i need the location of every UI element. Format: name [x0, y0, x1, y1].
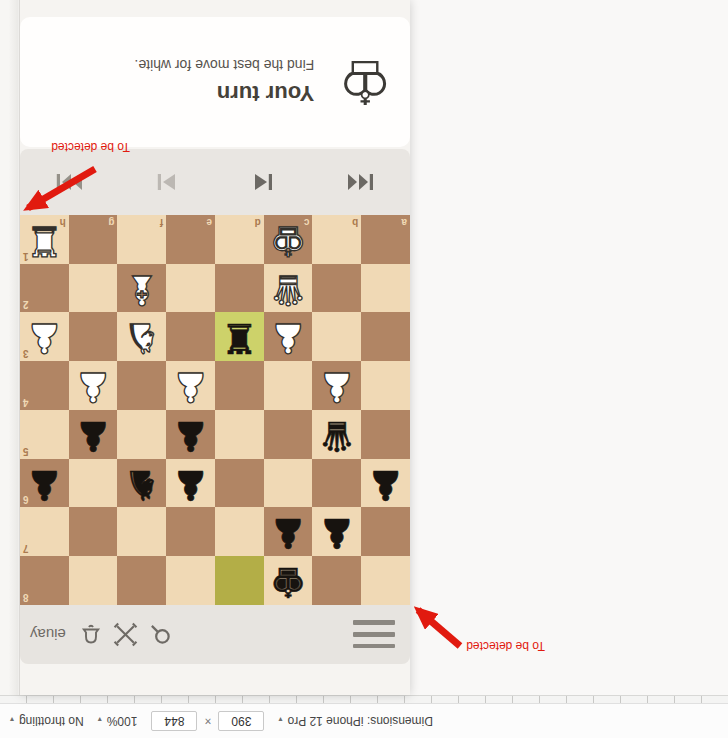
- file-label-a: a: [401, 217, 407, 227]
- file-label-f: f: [160, 217, 163, 227]
- rank-label-8: 8: [23, 592, 29, 602]
- rank-label-5: 5: [23, 446, 29, 456]
- notifications-bell-icon[interactable]: [78, 622, 104, 648]
- rank-label-2: 2: [23, 300, 29, 310]
- square-f2[interactable]: ♝: [118, 264, 167, 313]
- devtools-ruler: [0, 695, 728, 703]
- piece-black-pawn[interactable]: ♟: [319, 512, 356, 553]
- devtools-device-toolbar: Dimensions: iPhone 12 Pro ▾ × 100% ▾ No …: [0, 703, 728, 738]
- piece-white-pawn[interactable]: ♟: [319, 366, 356, 407]
- square-a7[interactable]: [361, 508, 410, 557]
- piece-white-pawn[interactable]: ♟: [26, 317, 63, 358]
- nav-next-button[interactable]: [118, 149, 216, 215]
- square-d8[interactable]: [215, 556, 264, 605]
- square-e1[interactable]: e: [166, 215, 215, 264]
- page-scrollbar[interactable]: [0, 0, 20, 695]
- square-a4[interactable]: [361, 361, 410, 410]
- square-e3[interactable]: [166, 313, 215, 362]
- device-selector[interactable]: Dimensions: iPhone 12 Pro ▾: [278, 714, 432, 728]
- square-a8[interactable]: [361, 556, 410, 605]
- piece-black-pawn[interactable]: ♟: [26, 464, 63, 505]
- square-d1[interactable]: d: [215, 215, 264, 264]
- square-g1[interactable]: g: [69, 215, 118, 264]
- square-d4[interactable]: [215, 361, 264, 410]
- square-b3[interactable]: [313, 313, 362, 362]
- multiply-sign: ×: [204, 714, 211, 728]
- hamburger-menu-icon[interactable]: [353, 621, 395, 649]
- square-h7[interactable]: 7: [20, 508, 69, 557]
- square-c7[interactable]: ♟: [264, 508, 313, 557]
- square-h1[interactable]: h1♜: [20, 215, 69, 264]
- piece-white-king[interactable]: ♚: [270, 220, 307, 261]
- square-g7[interactable]: [69, 508, 118, 557]
- rank-label-7: 7: [23, 543, 29, 553]
- annotation-arrow-board-corner-a8: [418, 610, 460, 646]
- square-g8[interactable]: [69, 556, 118, 605]
- square-g3[interactable]: [69, 313, 118, 362]
- square-h8[interactable]: 8: [20, 556, 69, 605]
- square-c2[interactable]: ♛: [264, 264, 313, 313]
- annotation-label: To be detected: [51, 140, 130, 154]
- screenshot-frame: Dimensions: iPhone 12 Pro ▾ × 100% ▾ No …: [0, 0, 728, 738]
- square-a6[interactable]: ♟: [361, 459, 410, 508]
- square-b7[interactable]: ♟: [313, 508, 362, 557]
- piece-black-king[interactable]: ♚: [270, 561, 307, 602]
- square-d2[interactable]: [215, 264, 264, 313]
- search-icon[interactable]: [148, 622, 174, 648]
- puzzle-status-card: ♔ Your turn Find the best move for white…: [20, 17, 410, 147]
- square-h6[interactable]: 6♟: [20, 459, 69, 508]
- chevron-down-icon: ▾: [10, 716, 14, 725]
- square-f5[interactable]: [118, 410, 167, 459]
- square-a2[interactable]: [361, 264, 410, 313]
- piece-white-rook[interactable]: ♜: [26, 220, 63, 261]
- square-c5[interactable]: [264, 410, 313, 459]
- emulated-viewport: eiuay ♚8♟♟7♟♟♞6♟♛♟♟5♟♟♟4♟♜♞3♟♛♝2abc♚defg…: [20, 0, 410, 695]
- piece-white-bishop[interactable]: ♝: [124, 269, 161, 310]
- file-label-g: g: [108, 217, 114, 227]
- piece-black-pawn[interactable]: ♟: [172, 464, 209, 505]
- square-e8[interactable]: [166, 556, 215, 605]
- puzzle-status-title: Your turn: [134, 81, 314, 107]
- square-e5[interactable]: ♟: [166, 410, 215, 459]
- throttling-selector-label: No throttling: [19, 714, 84, 728]
- username-link[interactable]: eiuay: [30, 626, 66, 643]
- piece-white-pawn[interactable]: ♟: [75, 366, 112, 407]
- square-f8[interactable]: [118, 556, 167, 605]
- file-label-b: b: [352, 217, 358, 227]
- square-d7[interactable]: [215, 508, 264, 557]
- rank-label-4: 4: [23, 397, 29, 407]
- square-e4[interactable]: ♟: [166, 361, 215, 410]
- challenges-crossed-swords-icon[interactable]: [113, 622, 139, 648]
- viewport-width-input[interactable]: [218, 711, 264, 731]
- puzzle-status-subtitle: Find the best move for white.: [134, 58, 314, 74]
- piece-white-pawn[interactable]: ♟: [172, 366, 209, 407]
- piece-white-knight[interactable]: ♞: [124, 317, 161, 358]
- square-b2[interactable]: [313, 264, 362, 313]
- chess-board: ♚8♟♟7♟♟♞6♟♛♟♟5♟♟♟4♟♜♞3♟♛♝2abc♚defgh1♜: [20, 215, 410, 605]
- square-a5[interactable]: [361, 410, 410, 459]
- white-king-icon: ♔: [338, 52, 392, 112]
- square-d3[interactable]: ♜: [215, 313, 264, 362]
- square-b4[interactable]: ♟: [313, 361, 362, 410]
- zoom-selector-label: 100%: [107, 714, 138, 728]
- square-e6[interactable]: ♟: [166, 459, 215, 508]
- site-header: eiuay: [20, 605, 410, 664]
- square-b1[interactable]: b: [313, 215, 362, 264]
- square-f7[interactable]: [118, 508, 167, 557]
- file-label-d: d: [255, 217, 261, 227]
- piece-black-knight[interactable]: ♞: [124, 464, 161, 505]
- annotation-label: To be detected: [466, 639, 545, 653]
- square-a1[interactable]: a: [361, 215, 410, 264]
- nav-first-button[interactable]: [313, 149, 411, 215]
- piece-black-queen[interactable]: ♛: [319, 415, 356, 456]
- square-h2[interactable]: 2: [20, 264, 69, 313]
- throttling-selector[interactable]: No throttling ▾: [10, 714, 84, 728]
- piece-white-pawn[interactable]: ♟: [270, 317, 307, 358]
- square-e2[interactable]: [166, 264, 215, 313]
- piece-black-pawn[interactable]: ♟: [367, 464, 404, 505]
- nav-last-button[interactable]: [20, 149, 118, 215]
- square-g5[interactable]: ♟: [69, 410, 118, 459]
- move-nav-bar: [20, 149, 410, 215]
- square-c6[interactable]: [264, 459, 313, 508]
- square-h4[interactable]: 4: [20, 361, 69, 410]
- square-b6[interactable]: [313, 459, 362, 508]
- piece-black-pawn[interactable]: ♟: [270, 512, 307, 553]
- square-f4[interactable]: [118, 361, 167, 410]
- square-a3[interactable]: [361, 313, 410, 362]
- file-label-e: e: [206, 217, 212, 227]
- chevron-down-icon: ▾: [278, 716, 282, 725]
- square-g2[interactable]: [69, 264, 118, 313]
- square-g4[interactable]: ♟: [69, 361, 118, 410]
- devtools-window-rotated-180: Dimensions: iPhone 12 Pro ▾ × 100% ▾ No …: [0, 0, 728, 738]
- square-e7[interactable]: [166, 508, 215, 557]
- zoom-selector[interactable]: 100% ▾: [98, 714, 138, 728]
- square-c8[interactable]: ♚: [264, 556, 313, 605]
- square-d5[interactable]: [215, 410, 264, 459]
- square-d6[interactable]: [215, 459, 264, 508]
- chevron-down-icon: ▾: [98, 716, 102, 725]
- viewport-height-input[interactable]: [151, 711, 197, 731]
- piece-black-pawn[interactable]: ♟: [75, 415, 112, 456]
- square-h5[interactable]: 5: [20, 410, 69, 459]
- device-selector-label: Dimensions: iPhone 12 Pro: [287, 714, 432, 728]
- square-b5[interactable]: ♛: [313, 410, 362, 459]
- piece-white-queen[interactable]: ♛: [270, 269, 307, 310]
- piece-black-rook[interactable]: ♜: [221, 317, 258, 358]
- nav-previous-button[interactable]: [215, 149, 313, 215]
- square-h3[interactable]: 3♟: [20, 313, 69, 362]
- square-g6[interactable]: [69, 459, 118, 508]
- square-b8[interactable]: [313, 556, 362, 605]
- square-c4[interactable]: [264, 361, 313, 410]
- square-c1[interactable]: c♚: [264, 215, 313, 264]
- square-f3[interactable]: ♞: [118, 313, 167, 362]
- square-f6[interactable]: ♞: [118, 459, 167, 508]
- viewport-size-fields: ×: [151, 711, 264, 731]
- piece-black-pawn[interactable]: ♟: [172, 415, 209, 456]
- square-f1[interactable]: f: [118, 215, 167, 264]
- square-c3[interactable]: ♟: [264, 313, 313, 362]
